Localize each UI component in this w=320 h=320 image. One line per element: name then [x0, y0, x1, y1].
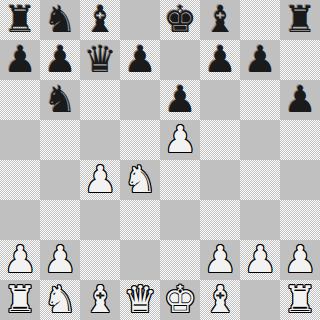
square-f5[interactable] [200, 120, 240, 160]
white-rook-a1[interactable]: ♜ [3, 281, 36, 318]
black-knight-b6[interactable]: ♞ [43, 81, 76, 118]
square-f3[interactable] [200, 200, 240, 240]
white-pawn-a2[interactable]: ♟ [3, 241, 36, 278]
square-b2[interactable]: ♟ [40, 240, 80, 280]
white-pawn-c4[interactable]: ♟ [83, 161, 116, 198]
black-bishop-c8[interactable]: ♝ [83, 1, 116, 38]
square-e3[interactable] [160, 200, 200, 240]
square-a5[interactable] [0, 120, 40, 160]
square-c5[interactable] [80, 120, 120, 160]
square-a4[interactable] [0, 160, 40, 200]
square-e4[interactable] [160, 160, 200, 200]
square-c2[interactable] [80, 240, 120, 280]
white-king-e1[interactable]: ♚ [163, 281, 196, 318]
black-queen-c7[interactable]: ♛ [83, 41, 116, 78]
square-f8[interactable]: ♝ [200, 0, 240, 40]
square-g3[interactable] [240, 200, 280, 240]
square-e1[interactable]: ♚ [160, 280, 200, 320]
square-g2[interactable]: ♟ [240, 240, 280, 280]
square-g5[interactable] [240, 120, 280, 160]
square-c3[interactable] [80, 200, 120, 240]
black-pawn-f7[interactable]: ♟ [203, 41, 236, 78]
square-e7[interactable] [160, 40, 200, 80]
square-c4[interactable]: ♟ [80, 160, 120, 200]
black-king-e8[interactable]: ♚ [163, 1, 196, 38]
square-a1[interactable]: ♜ [0, 280, 40, 320]
square-h5[interactable] [280, 120, 320, 160]
square-c6[interactable] [80, 80, 120, 120]
square-g4[interactable] [240, 160, 280, 200]
white-pawn-e5[interactable]: ♟ [163, 121, 196, 158]
square-d7[interactable]: ♟ [120, 40, 160, 80]
square-d2[interactable] [120, 240, 160, 280]
square-g1[interactable] [240, 280, 280, 320]
square-h3[interactable] [280, 200, 320, 240]
square-a2[interactable]: ♟ [0, 240, 40, 280]
square-b5[interactable] [40, 120, 80, 160]
black-pawn-e6[interactable]: ♟ [163, 81, 196, 118]
square-a7[interactable]: ♟ [0, 40, 40, 80]
square-h8[interactable]: ♜ [280, 0, 320, 40]
black-pawn-g7[interactable]: ♟ [243, 41, 276, 78]
square-d8[interactable] [120, 0, 160, 40]
square-b4[interactable] [40, 160, 80, 200]
square-c1[interactable]: ♝ [80, 280, 120, 320]
black-pawn-d7[interactable]: ♟ [123, 41, 156, 78]
square-g8[interactable] [240, 0, 280, 40]
square-f1[interactable]: ♝ [200, 280, 240, 320]
square-a6[interactable] [0, 80, 40, 120]
square-d6[interactable] [120, 80, 160, 120]
square-h2[interactable]: ♟ [280, 240, 320, 280]
square-b8[interactable]: ♞ [40, 0, 80, 40]
square-e6[interactable]: ♟ [160, 80, 200, 120]
black-knight-b8[interactable]: ♞ [43, 1, 76, 38]
black-bishop-f8[interactable]: ♝ [203, 1, 236, 38]
square-e2[interactable] [160, 240, 200, 280]
white-knight-d4[interactable]: ♞ [123, 161, 156, 198]
white-pawn-f2[interactable]: ♟ [203, 241, 236, 278]
square-f7[interactable]: ♟ [200, 40, 240, 80]
black-pawn-a7[interactable]: ♟ [3, 41, 36, 78]
white-pawn-g2[interactable]: ♟ [243, 241, 276, 278]
black-rook-h8[interactable]: ♜ [283, 1, 316, 38]
square-d5[interactable] [120, 120, 160, 160]
square-a3[interactable] [0, 200, 40, 240]
square-h4[interactable] [280, 160, 320, 200]
square-b1[interactable]: ♞ [40, 280, 80, 320]
black-pawn-b7[interactable]: ♟ [43, 41, 76, 78]
white-pawn-b2[interactable]: ♟ [43, 241, 76, 278]
square-d4[interactable]: ♞ [120, 160, 160, 200]
white-bishop-c1[interactable]: ♝ [83, 281, 116, 318]
square-f4[interactable] [200, 160, 240, 200]
square-b7[interactable]: ♟ [40, 40, 80, 80]
square-b6[interactable]: ♞ [40, 80, 80, 120]
white-knight-b1[interactable]: ♞ [43, 281, 76, 318]
white-rook-h1[interactable]: ♜ [283, 281, 316, 318]
square-c7[interactable]: ♛ [80, 40, 120, 80]
square-d1[interactable]: ♛ [120, 280, 160, 320]
square-c8[interactable]: ♝ [80, 0, 120, 40]
square-d3[interactable] [120, 200, 160, 240]
black-rook-a8[interactable]: ♜ [3, 1, 36, 38]
square-b3[interactable] [40, 200, 80, 240]
chess-board: ♜♞♝♚♝♜♟♟♛♟♟♟♞♟♟♟♟♞♟♟♟♟♟♜♞♝♛♚♝♜ [0, 0, 320, 320]
white-queen-d1[interactable]: ♛ [123, 281, 156, 318]
square-e8[interactable]: ♚ [160, 0, 200, 40]
black-pawn-h6[interactable]: ♟ [283, 81, 316, 118]
square-g7[interactable]: ♟ [240, 40, 280, 80]
white-bishop-f1[interactable]: ♝ [203, 281, 236, 318]
square-g6[interactable] [240, 80, 280, 120]
square-f6[interactable] [200, 80, 240, 120]
square-f2[interactable]: ♟ [200, 240, 240, 280]
square-h6[interactable]: ♟ [280, 80, 320, 120]
square-a8[interactable]: ♜ [0, 0, 40, 40]
square-h1[interactable]: ♜ [280, 280, 320, 320]
square-h7[interactable] [280, 40, 320, 80]
square-e5[interactable]: ♟ [160, 120, 200, 160]
white-pawn-h2[interactable]: ♟ [283, 241, 316, 278]
